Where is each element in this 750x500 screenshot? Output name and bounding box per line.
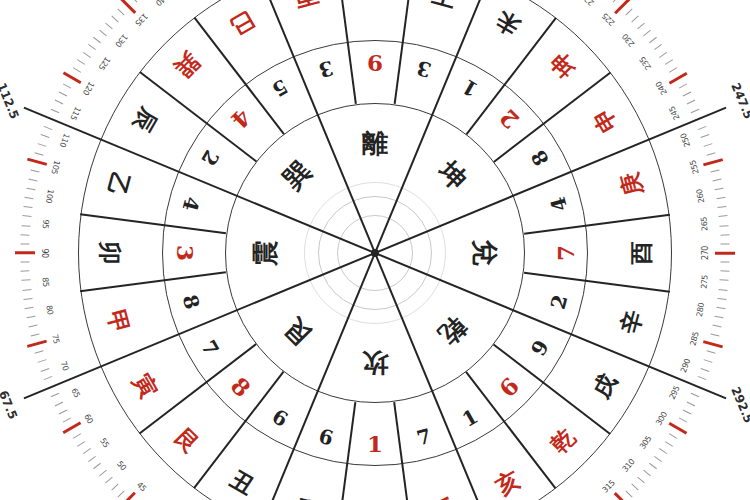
minor-tick (713, 324, 722, 327)
degree-number: 120 (81, 80, 95, 96)
minor-tick (72, 433, 80, 439)
minor-tick (719, 225, 728, 227)
minor-tick (678, 417, 686, 422)
degree-number: 105 (50, 160, 61, 175)
major-red-tick (27, 159, 47, 167)
degree-number: 245 (668, 105, 681, 121)
degree-number: 125 (97, 55, 111, 71)
minor-tick (697, 125, 706, 129)
degree-number: 280 (696, 303, 706, 318)
minor-tick (21, 271, 30, 272)
minor-tick (131, 0, 138, 3)
degree-number: 100 (44, 188, 54, 203)
minor-tick (669, 433, 677, 439)
minor-tick (28, 179, 37, 182)
minor-tick (612, 0, 619, 3)
trigram-char: 坎 (362, 350, 388, 376)
minor-tick (654, 44, 662, 50)
minor-tick (83, 448, 91, 454)
minor-tick (643, 30, 651, 36)
minor-tick (23, 298, 32, 300)
minor-tick (118, 9, 125, 16)
degree-number: 295 (668, 385, 681, 401)
minor-tick (659, 448, 667, 454)
minor-tick (41, 134, 50, 138)
degree-number: 70 (59, 361, 70, 372)
minor-tick (717, 298, 726, 300)
minor-tick (720, 243, 729, 244)
major-red-tick (27, 340, 47, 348)
minor-tick (26, 188, 35, 191)
minor-tick (664, 60, 672, 66)
degree-number: 230 (621, 32, 636, 48)
degree-number: 285 (689, 331, 700, 346)
degree-number: 260 (696, 188, 706, 203)
trigram-char: 離 (362, 130, 388, 156)
minor-tick (659, 52, 667, 58)
minor-tick (687, 100, 696, 105)
minor-tick (649, 37, 657, 43)
degree-number: 50 (115, 460, 127, 472)
center-dot (371, 249, 379, 257)
minor-tick (643, 470, 651, 476)
minor-tick (77, 441, 85, 447)
minor-tick (715, 188, 724, 191)
degree-number: 135 (133, 11, 148, 26)
minor-tick (703, 359, 712, 363)
minor-tick (77, 60, 85, 66)
degree-number: 95 (41, 219, 50, 229)
minor-tick (690, 393, 699, 398)
minor-tick (21, 262, 30, 263)
minor-tick (72, 67, 80, 73)
minor-tick (683, 409, 691, 414)
minor-tick (720, 262, 729, 263)
minor-tick (38, 143, 47, 147)
minor-tick (22, 225, 31, 227)
minor-tick (631, 15, 638, 22)
minor-tick (703, 143, 712, 147)
minor-tick (30, 170, 39, 173)
minor-tick (706, 152, 715, 156)
minor-tick (99, 470, 107, 476)
major-red-tick (669, 422, 688, 434)
degree-number: 80 (44, 305, 53, 315)
degree-number: 240 (655, 80, 669, 96)
degree-number: 115 (68, 105, 81, 121)
sector-number: 1 (367, 432, 383, 455)
degree-number: 270 (702, 246, 710, 260)
degree-number: 275 (700, 275, 709, 289)
minor-tick (683, 92, 691, 97)
minor-tick (105, 477, 112, 484)
degree-number: 220 (580, 0, 596, 7)
sector-number: 3 (174, 245, 197, 261)
minor-tick (63, 83, 71, 88)
minor-tick (697, 376, 706, 380)
minor-tick (22, 280, 31, 282)
major-red-tick (703, 159, 723, 167)
major-red-tick (63, 422, 82, 434)
degree-number: 305 (639, 435, 653, 451)
minor-tick (711, 170, 720, 173)
degree-number: 85 (41, 277, 50, 287)
minor-tick (44, 125, 53, 129)
ray-degree-label: 112.5 (0, 81, 21, 121)
degree-number: 110 (58, 132, 70, 148)
minor-tick (118, 490, 125, 497)
minor-tick (625, 9, 632, 16)
degree-number: 310 (621, 458, 636, 474)
minor-tick (716, 197, 725, 199)
minor-tick (35, 152, 44, 156)
sector-number: 7 (554, 245, 577, 261)
minor-tick (35, 351, 44, 355)
minor-tick (637, 477, 644, 484)
minor-tick (22, 289, 31, 291)
degree-number: 90 (40, 248, 48, 257)
minor-tick (105, 22, 112, 29)
minor-tick (55, 100, 64, 105)
minor-tick (25, 197, 34, 199)
minor-tick (706, 351, 715, 355)
degree-number: 300 (655, 411, 669, 427)
minor-tick (21, 234, 30, 235)
minor-tick (716, 307, 725, 309)
minor-tick (93, 37, 101, 43)
major-red-tick (15, 252, 35, 255)
trigram-char: 震 (252, 240, 278, 266)
degree-number: 235 (639, 55, 653, 71)
degree-number: 55 (98, 437, 110, 449)
trigram-char: 兌 (472, 240, 498, 266)
minor-tick (719, 215, 728, 217)
degree-number: 290 (680, 358, 692, 374)
minor-tick (719, 280, 728, 282)
degree-number: 265 (700, 217, 709, 231)
minor-tick (111, 484, 118, 491)
minor-tick (649, 463, 657, 469)
minor-tick (678, 83, 686, 88)
minor-tick (711, 333, 720, 336)
luopan-compass: 4045505560657075808590951001051101151201… (0, 0, 750, 500)
minor-tick (30, 333, 39, 336)
minor-tick (625, 490, 632, 497)
major-red-tick (703, 340, 723, 348)
minor-tick (715, 315, 724, 318)
major-red-tick (669, 72, 688, 84)
minor-tick (23, 206, 32, 208)
degree-number: 65 (69, 387, 80, 399)
degree-number: 75 (50, 333, 60, 344)
degree-number: 250 (680, 132, 692, 148)
minor-tick (99, 30, 107, 36)
degree-number: 45 (135, 481, 147, 493)
minor-tick (720, 271, 729, 272)
minor-tick (664, 441, 672, 447)
minor-tick (111, 15, 118, 22)
minor-tick (631, 484, 638, 491)
ray-degree-label: 67.5 (0, 389, 19, 421)
minor-tick (51, 108, 60, 113)
minor-tick (88, 456, 96, 462)
minor-tick (713, 179, 722, 182)
minor-tick (26, 315, 35, 318)
degree-number: 60 (83, 413, 95, 425)
mountain-char: 酉 (630, 242, 653, 265)
minor-tick (59, 409, 67, 414)
minor-tick (720, 234, 729, 235)
minor-tick (93, 463, 101, 469)
minor-tick (55, 401, 64, 406)
major-red-tick (63, 72, 82, 84)
minor-tick (41, 368, 50, 372)
degree-number: 140 (154, 0, 170, 7)
mountain-char: 卯 (98, 242, 121, 265)
minor-tick (22, 215, 31, 217)
minor-tick (25, 307, 34, 309)
minor-tick (51, 393, 60, 398)
minor-tick (701, 134, 710, 138)
minor-tick (717, 206, 726, 208)
minor-tick (654, 456, 662, 462)
minor-tick (719, 289, 728, 291)
minor-tick (21, 243, 30, 244)
ray-degree-label: 292.5 (729, 385, 750, 425)
sector-number: 9 (367, 52, 383, 75)
minor-tick (701, 368, 710, 372)
ray-degree-label: 247.5 (729, 81, 750, 121)
degree-number: 130 (114, 32, 129, 48)
degree-number: 255 (689, 160, 700, 175)
minor-tick (63, 417, 71, 422)
minor-tick (59, 92, 67, 97)
minor-tick (690, 108, 699, 113)
minor-tick (687, 401, 696, 406)
minor-tick (669, 67, 677, 73)
major-red-tick (715, 252, 735, 255)
minor-tick (83, 52, 91, 58)
minor-tick (88, 44, 96, 50)
minor-tick (637, 22, 644, 29)
minor-tick (38, 359, 47, 363)
minor-tick (28, 324, 37, 327)
minor-tick (44, 376, 53, 380)
